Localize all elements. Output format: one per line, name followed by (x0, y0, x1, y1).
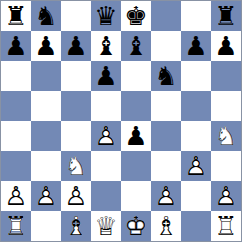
square-h6[interactable] (211, 61, 241, 91)
square-c7[interactable]: ♟ (61, 31, 91, 61)
square-h7[interactable]: ♟ (211, 31, 241, 61)
white-piece-outline: ♙ (211, 181, 241, 211)
piece-white-pawn[interactable]: ♟♙ (91, 121, 121, 151)
square-h4[interactable]: ♞♘ (211, 121, 241, 151)
square-g7[interactable]: ♟ (181, 31, 211, 61)
black-piece-glyph: ♜ (211, 1, 241, 31)
square-h3[interactable] (211, 151, 241, 181)
piece-white-rook[interactable]: ♜♖ (1, 211, 31, 241)
piece-black-pawn[interactable]: ♟ (91, 61, 121, 91)
square-d2[interactable] (91, 181, 121, 211)
piece-black-pawn[interactable]: ♟ (61, 31, 91, 61)
piece-black-knight[interactable]: ♞ (151, 61, 181, 91)
square-a3[interactable] (1, 151, 31, 181)
square-b5[interactable] (31, 91, 61, 121)
piece-white-queen[interactable]: ♛♕ (91, 211, 121, 241)
white-piece-outline: ♙ (31, 181, 61, 211)
piece-white-pawn[interactable]: ♟♙ (181, 151, 211, 181)
piece-black-bishop[interactable]: ♝ (91, 31, 121, 61)
square-a5[interactable] (1, 91, 31, 121)
square-d1[interactable]: ♛♕ (91, 211, 121, 241)
square-a1[interactable]: ♜♖ (1, 211, 31, 241)
square-a2[interactable]: ♟♙ (1, 181, 31, 211)
square-b3[interactable] (31, 151, 61, 181)
piece-black-pawn[interactable]: ♟ (181, 31, 211, 61)
square-h5[interactable] (211, 91, 241, 121)
piece-black-queen[interactable]: ♛ (91, 1, 121, 31)
square-e4[interactable]: ♟ (121, 121, 151, 151)
white-piece-outline: ♖ (1, 211, 31, 241)
white-piece-outline: ♙ (151, 181, 181, 211)
white-piece-outline: ♘ (211, 121, 241, 151)
square-b6[interactable] (31, 61, 61, 91)
square-e5[interactable] (121, 91, 151, 121)
square-c4[interactable] (61, 121, 91, 151)
piece-black-rook[interactable]: ♜ (211, 1, 241, 31)
black-piece-glyph: ♜ (1, 1, 31, 31)
square-d4[interactable]: ♟♙ (91, 121, 121, 151)
square-c2[interactable]: ♟♙ (61, 181, 91, 211)
piece-white-knight[interactable]: ♞♘ (211, 121, 241, 151)
square-c5[interactable] (61, 91, 91, 121)
white-piece-outline: ♘ (61, 151, 91, 181)
piece-black-pawn[interactable]: ♟ (31, 31, 61, 61)
square-h8[interactable]: ♜ (211, 1, 241, 31)
square-f1[interactable]: ♝♗ (151, 211, 181, 241)
square-g4[interactable] (181, 121, 211, 151)
square-d8[interactable]: ♛ (91, 1, 121, 31)
square-g8[interactable] (181, 1, 211, 31)
piece-white-bishop[interactable]: ♝♗ (151, 211, 181, 241)
square-b7[interactable]: ♟ (31, 31, 61, 61)
piece-black-pawn[interactable]: ♟ (211, 31, 241, 61)
piece-white-pawn[interactable]: ♟♙ (211, 181, 241, 211)
black-piece-glyph: ♟ (31, 31, 61, 61)
square-c8[interactable] (61, 1, 91, 31)
square-b1[interactable] (31, 211, 61, 241)
white-piece-outline: ♙ (91, 121, 121, 151)
piece-white-knight[interactable]: ♞♘ (61, 151, 91, 181)
black-piece-glyph: ♝ (91, 31, 121, 61)
white-piece-outline: ♙ (61, 181, 91, 211)
black-piece-glyph: ♟ (61, 31, 91, 61)
piece-white-bishop[interactable]: ♝♗ (61, 211, 91, 241)
white-piece-outline: ♖ (211, 211, 241, 241)
square-h2[interactable]: ♟♙ (211, 181, 241, 211)
square-c6[interactable] (61, 61, 91, 91)
square-b2[interactable]: ♟♙ (31, 181, 61, 211)
white-piece-outline: ♗ (61, 211, 91, 241)
square-f7[interactable] (151, 31, 181, 61)
square-e6[interactable] (121, 61, 151, 91)
square-a6[interactable] (1, 61, 31, 91)
chess-board: ♜♞♛♚♜♟♟♟♝♝♟♟♟♞♟♙♟♞♘♞♘♟♙♟♙♟♙♟♙♟♙♟♙♜♖♝♗♛♕♚… (0, 0, 242, 242)
square-d5[interactable] (91, 91, 121, 121)
square-e2[interactable] (121, 181, 151, 211)
black-piece-glyph: ♞ (31, 1, 61, 31)
square-f4[interactable] (151, 121, 181, 151)
square-e3[interactable] (121, 151, 151, 181)
white-piece-outline: ♕ (91, 211, 121, 241)
black-piece-glyph: ♚ (121, 1, 151, 31)
black-piece-glyph: ♟ (181, 31, 211, 61)
square-d6[interactable]: ♟ (91, 61, 121, 91)
square-b8[interactable]: ♞ (31, 1, 61, 31)
piece-white-pawn[interactable]: ♟♙ (151, 181, 181, 211)
square-e1[interactable]: ♚♔ (121, 211, 151, 241)
white-piece-outline: ♙ (1, 181, 31, 211)
square-f6[interactable]: ♞ (151, 61, 181, 91)
black-piece-glyph: ♝ (121, 31, 151, 61)
piece-black-rook[interactable]: ♜ (1, 1, 31, 31)
piece-white-pawn[interactable]: ♟♙ (61, 181, 91, 211)
piece-black-king[interactable]: ♚ (121, 1, 151, 31)
square-f3[interactable] (151, 151, 181, 181)
square-f2[interactable]: ♟♙ (151, 181, 181, 211)
square-c1[interactable]: ♝♗ (61, 211, 91, 241)
black-piece-glyph: ♟ (121, 121, 151, 151)
white-piece-outline: ♙ (181, 151, 211, 181)
black-piece-glyph: ♟ (91, 61, 121, 91)
square-a4[interactable] (1, 121, 31, 151)
square-b4[interactable] (31, 121, 61, 151)
square-d3[interactable] (91, 151, 121, 181)
square-g6[interactable] (181, 61, 211, 91)
square-f8[interactable] (151, 1, 181, 31)
white-piece-outline: ♔ (121, 211, 151, 241)
piece-white-rook[interactable]: ♜♖ (211, 211, 241, 241)
black-piece-glyph: ♞ (151, 61, 181, 91)
piece-white-pawn[interactable]: ♟♙ (31, 181, 61, 211)
square-a8[interactable]: ♜ (1, 1, 31, 31)
square-a7[interactable]: ♟ (1, 31, 31, 61)
piece-white-king[interactable]: ♚♔ (121, 211, 151, 241)
black-piece-glyph: ♟ (1, 31, 31, 61)
square-c3[interactable]: ♞♘ (61, 151, 91, 181)
square-f5[interactable] (151, 91, 181, 121)
black-piece-glyph: ♛ (91, 1, 121, 31)
square-h1[interactable]: ♜♖ (211, 211, 241, 241)
square-g2[interactable] (181, 181, 211, 211)
square-g5[interactable] (181, 91, 211, 121)
square-d7[interactable]: ♝ (91, 31, 121, 61)
piece-black-knight[interactable]: ♞ (31, 1, 61, 31)
square-g1[interactable] (181, 211, 211, 241)
piece-white-pawn[interactable]: ♟♙ (1, 181, 31, 211)
piece-black-bishop[interactable]: ♝ (121, 31, 151, 61)
square-e7[interactable]: ♝ (121, 31, 151, 61)
piece-black-pawn[interactable]: ♟ (1, 31, 31, 61)
black-piece-glyph: ♟ (211, 31, 241, 61)
square-g3[interactable]: ♟♙ (181, 151, 211, 181)
piece-black-pawn[interactable]: ♟ (121, 121, 151, 151)
square-e8[interactable]: ♚ (121, 1, 151, 31)
white-piece-outline: ♗ (151, 211, 181, 241)
